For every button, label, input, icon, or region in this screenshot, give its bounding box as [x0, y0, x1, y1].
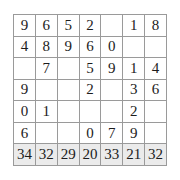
given-cell: 2	[80, 80, 102, 102]
given-cell: 8	[145, 15, 167, 37]
empty-cell	[101, 101, 123, 123]
given-cell: 6	[145, 80, 167, 102]
given-cell: 6	[36, 15, 58, 37]
empty-cell	[101, 80, 123, 102]
empty-cell	[101, 15, 123, 37]
empty-cell	[145, 101, 167, 123]
sum-cell: 34	[14, 144, 36, 166]
given-cell: 6	[14, 123, 36, 145]
sum-cell: 32	[36, 144, 58, 166]
given-cell: 9	[58, 37, 80, 59]
sum-cell: 29	[58, 144, 80, 166]
given-cell: 4	[14, 37, 36, 59]
empty-cell	[36, 80, 58, 102]
given-cell: 1	[36, 101, 58, 123]
given-cell: 0	[80, 123, 102, 145]
board: 9652184896075914923601260793432292033213…	[13, 14, 167, 166]
sum-cell: 32	[145, 144, 167, 166]
given-cell: 1	[123, 15, 145, 37]
sum-cell: 20	[80, 144, 102, 166]
given-cell: 6	[80, 37, 102, 59]
empty-cell	[14, 58, 36, 80]
sum-cell: 33	[101, 144, 123, 166]
given-cell: 1	[123, 58, 145, 80]
given-cell: 9	[101, 58, 123, 80]
given-cell: 2	[123, 101, 145, 123]
given-cell: 4	[145, 58, 167, 80]
empty-cell	[145, 123, 167, 145]
empty-cell	[80, 101, 102, 123]
empty-cell	[145, 37, 167, 59]
given-cell: 5	[80, 58, 102, 80]
sum-cell: 21	[123, 144, 145, 166]
empty-cell	[123, 37, 145, 59]
given-cell: 0	[14, 101, 36, 123]
given-cell: 2	[80, 15, 102, 37]
given-cell: 3	[123, 80, 145, 102]
given-cell: 9	[123, 123, 145, 145]
empty-cell	[58, 58, 80, 80]
given-cell: 0	[101, 37, 123, 59]
given-cell: 5	[58, 15, 80, 37]
empty-cell	[36, 123, 58, 145]
given-cell: 9	[14, 15, 36, 37]
empty-cell	[58, 101, 80, 123]
given-cell: 7	[101, 123, 123, 145]
empty-cell	[58, 80, 80, 102]
empty-cell	[58, 123, 80, 145]
given-cell: 9	[14, 80, 36, 102]
given-cell: 8	[36, 37, 58, 59]
given-cell: 7	[36, 58, 58, 80]
